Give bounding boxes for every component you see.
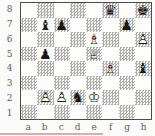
white-pawn-glyph: ♙ xyxy=(137,32,150,46)
square-a4[interactable] xyxy=(21,61,37,76)
square-h4[interactable]: ♝ xyxy=(135,61,151,76)
square-c4[interactable] xyxy=(54,61,70,76)
square-a1[interactable] xyxy=(21,105,37,120)
square-f8[interactable]: ♛ xyxy=(102,3,118,18)
square-b7[interactable]: ♝ xyxy=(37,18,53,33)
square-d7[interactable] xyxy=(70,18,86,33)
square-c1[interactable] xyxy=(54,105,70,120)
square-a3[interactable] xyxy=(21,76,37,91)
white-queen[interactable]: ♛♕ xyxy=(86,47,102,62)
square-f5[interactable] xyxy=(102,47,118,62)
file-label-g: g xyxy=(119,120,136,134)
square-c7[interactable]: ♟ xyxy=(54,18,70,33)
square-d3[interactable] xyxy=(70,76,86,91)
square-d2[interactable]: ♞ xyxy=(70,90,86,105)
rank-labels: 87654321 xyxy=(0,2,19,120)
square-e5[interactable]: ♛♕ xyxy=(86,47,102,62)
square-h2[interactable] xyxy=(135,90,151,105)
square-a2[interactable] xyxy=(21,90,37,105)
square-h6[interactable]: ♟♙ xyxy=(135,32,151,47)
rank-label-7: 7 xyxy=(0,17,19,32)
black-pawn-glyph: ♟ xyxy=(39,47,52,61)
square-b2[interactable]: ♟♙ xyxy=(37,90,53,105)
square-g2[interactable] xyxy=(119,90,135,105)
white-pawn-fill: ♟ xyxy=(55,90,68,104)
square-d6[interactable] xyxy=(70,32,86,47)
square-h1[interactable] xyxy=(135,105,151,120)
file-labels: abcdefgh xyxy=(20,120,152,134)
black-queen[interactable]: ♛ xyxy=(102,3,118,18)
square-d8[interactable] xyxy=(70,3,86,18)
white-bishop-glyph: ♗ xyxy=(104,61,117,75)
file-label-a: a xyxy=(20,120,37,134)
square-c5[interactable] xyxy=(54,47,70,62)
square-g6[interactable] xyxy=(119,32,135,47)
white-pawn-glyph: ♙ xyxy=(55,90,68,104)
square-c8[interactable] xyxy=(54,3,70,18)
square-e1[interactable] xyxy=(86,105,102,120)
square-c2[interactable]: ♟♙ xyxy=(54,90,70,105)
rank-label-3: 3 xyxy=(0,76,19,91)
square-e2[interactable]: ♚♔ xyxy=(86,90,102,105)
square-f2[interactable] xyxy=(102,90,118,105)
square-e8[interactable] xyxy=(86,3,102,18)
square-h7[interactable] xyxy=(135,18,151,33)
square-g7[interactable]: ♟ xyxy=(119,18,135,33)
chess-diagram: 87654321 ♛♚♝♟♟♝♗♟♙♟♛♕♝♗♝♟♙♟♙♞♚♔ abcdefgh xyxy=(0,0,155,136)
square-h3[interactable] xyxy=(135,76,151,91)
rank-label-5: 5 xyxy=(0,46,19,61)
square-c6[interactable] xyxy=(54,32,70,47)
square-c3[interactable] xyxy=(54,76,70,91)
square-f6[interactable] xyxy=(102,32,118,47)
white-king[interactable]: ♚♔ xyxy=(86,90,102,105)
black-pawn-glyph: ♟ xyxy=(120,18,133,32)
white-pawn-fill: ♟ xyxy=(39,90,52,104)
square-g4[interactable] xyxy=(119,61,135,76)
white-bishop-glyph: ♗ xyxy=(88,32,101,46)
white-bishop-fill: ♝ xyxy=(88,32,101,46)
square-g1[interactable] xyxy=(119,105,135,120)
square-b6[interactable] xyxy=(37,32,53,47)
square-f3[interactable] xyxy=(102,76,118,91)
black-king-glyph: ♚ xyxy=(137,3,150,17)
rank-label-4: 4 xyxy=(0,61,19,76)
file-label-e: e xyxy=(86,120,103,134)
white-king-glyph: ♔ xyxy=(88,90,101,104)
square-g8[interactable] xyxy=(119,3,135,18)
square-d5[interactable] xyxy=(70,47,86,62)
white-pawn-fill: ♟ xyxy=(137,32,150,46)
chess-board: ♛♚♝♟♟♝♗♟♙♟♛♕♝♗♝♟♙♟♙♞♚♔ xyxy=(20,2,152,120)
rank-label-6: 6 xyxy=(0,32,19,47)
square-e4[interactable] xyxy=(86,61,102,76)
scan-underline xyxy=(0,133,103,135)
square-a7[interactable] xyxy=(21,18,37,33)
black-knight[interactable]: ♞ xyxy=(70,90,86,105)
square-b8[interactable] xyxy=(37,3,53,18)
rank-label-1: 1 xyxy=(0,105,19,120)
square-b5[interactable]: ♟ xyxy=(37,47,53,62)
white-pawn-glyph: ♙ xyxy=(39,90,52,104)
black-pawn[interactable]: ♟ xyxy=(54,18,70,33)
square-e3[interactable] xyxy=(86,76,102,91)
black-pawn[interactable]: ♟ xyxy=(119,18,135,33)
square-a8[interactable] xyxy=(21,3,37,18)
white-pawn[interactable]: ♟♙ xyxy=(135,32,151,47)
file-label-b: b xyxy=(37,120,54,134)
square-h8[interactable]: ♚ xyxy=(135,3,151,18)
white-queen-fill: ♛ xyxy=(88,47,101,61)
square-g3[interactable] xyxy=(119,76,135,91)
white-queen-glyph: ♕ xyxy=(88,47,101,61)
black-knight-glyph: ♞ xyxy=(72,90,85,104)
square-a5[interactable] xyxy=(21,47,37,62)
square-e6[interactable]: ♝♗ xyxy=(86,32,102,47)
square-h5[interactable] xyxy=(135,47,151,62)
black-bishop-glyph: ♝ xyxy=(39,18,52,32)
square-f7[interactable] xyxy=(102,18,118,33)
square-d1[interactable] xyxy=(70,105,86,120)
square-e7[interactable] xyxy=(86,18,102,33)
file-label-f: f xyxy=(103,120,120,134)
file-label-c: c xyxy=(53,120,70,134)
file-label-h: h xyxy=(136,120,153,134)
square-b4[interactable] xyxy=(37,61,53,76)
black-king[interactable]: ♚ xyxy=(135,3,151,18)
square-b3[interactable] xyxy=(37,76,53,91)
square-a6[interactable] xyxy=(21,32,37,47)
rank-label-8: 8 xyxy=(0,2,19,17)
white-pawn[interactable]: ♟♙ xyxy=(37,90,53,105)
square-d4[interactable] xyxy=(70,61,86,76)
white-king-fill: ♚ xyxy=(88,90,101,104)
black-pawn-glyph: ♟ xyxy=(55,18,68,32)
square-b1[interactable] xyxy=(37,105,53,120)
white-bishop[interactable]: ♝♗ xyxy=(102,61,118,76)
black-queen-glyph: ♛ xyxy=(104,3,117,17)
black-bishop[interactable]: ♝ xyxy=(37,18,53,33)
black-pawn[interactable]: ♟ xyxy=(37,47,53,62)
black-bishop-glyph: ♝ xyxy=(137,61,150,75)
file-label-d: d xyxy=(70,120,87,134)
square-f4[interactable]: ♝♗ xyxy=(102,61,118,76)
black-bishop[interactable]: ♝ xyxy=(135,61,151,76)
white-bishop[interactable]: ♝♗ xyxy=(86,32,102,47)
white-pawn[interactable]: ♟♙ xyxy=(54,90,70,105)
white-bishop-fill: ♝ xyxy=(104,61,117,75)
square-g5[interactable] xyxy=(119,47,135,62)
rank-label-2: 2 xyxy=(0,91,19,106)
square-f1[interactable] xyxy=(102,105,118,120)
